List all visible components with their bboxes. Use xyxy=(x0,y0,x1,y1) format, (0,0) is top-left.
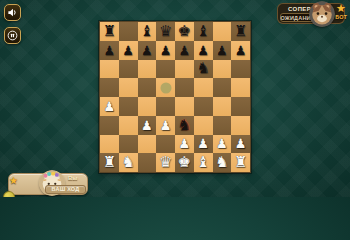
white-knight-b1[interactable]: ♞ xyxy=(121,155,134,170)
square-d4[interactable] xyxy=(156,97,175,116)
white-knight-g1[interactable]: ♞ xyxy=(215,155,228,170)
square-c1[interactable] xyxy=(138,153,157,172)
opponent-avatar[interactable] xyxy=(309,1,335,27)
square-e5[interactable] xyxy=(175,78,194,97)
square-h8[interactable]: ♜ xyxy=(231,22,250,41)
square-f5[interactable] xyxy=(194,78,213,97)
square-h4[interactable] xyxy=(231,97,250,116)
square-h1[interactable]: ♜ xyxy=(231,153,250,172)
white-pawn-e2[interactable]: ♟ xyxy=(179,137,191,150)
square-e6[interactable] xyxy=(175,60,194,79)
black-knight-e3[interactable]: ♞ xyxy=(178,118,191,133)
square-a7[interactable]: ♟ xyxy=(100,41,119,60)
white-pawn-d3[interactable]: ♟ xyxy=(160,119,172,132)
square-f2[interactable]: ♟ xyxy=(194,135,213,154)
white-rook-h1[interactable]: ♜ xyxy=(234,155,247,170)
black-rook-a8[interactable]: ♜ xyxy=(103,24,116,39)
square-b3[interactable] xyxy=(119,116,138,135)
square-g7[interactable]: ♟ xyxy=(213,41,232,60)
white-pawn-f2[interactable]: ♟ xyxy=(197,137,209,150)
square-h6[interactable] xyxy=(231,60,250,79)
move-hint-dot xyxy=(160,82,171,93)
hamster-avatar-icon xyxy=(309,13,335,27)
black-bishop-c8[interactable]: ♝ xyxy=(140,24,153,39)
square-b7[interactable]: ♟ xyxy=(119,41,138,60)
white-pawn-a4[interactable]: ♟ xyxy=(104,100,116,113)
white-pawn-c3[interactable]: ♟ xyxy=(141,119,153,132)
square-h3[interactable] xyxy=(231,116,250,135)
square-f7[interactable]: ♟ xyxy=(194,41,213,60)
square-f6[interactable]: ♞ xyxy=(194,60,213,79)
square-b2[interactable] xyxy=(119,135,138,154)
white-pawn-h2[interactable]: ♟ xyxy=(235,137,247,150)
pause-button[interactable] xyxy=(4,27,21,44)
black-pawn-h7[interactable]: ♟ xyxy=(235,44,247,57)
square-h5[interactable] xyxy=(231,78,250,97)
square-b1[interactable]: ♞ xyxy=(119,153,138,172)
black-bishop-f8[interactable]: ♝ xyxy=(196,24,209,39)
square-d5[interactable] xyxy=(156,78,175,97)
square-d2[interactable] xyxy=(156,135,175,154)
white-queen-d1[interactable]: ♛ xyxy=(159,155,172,170)
square-d1[interactable]: ♛ xyxy=(156,153,175,172)
sound-button[interactable] xyxy=(4,4,21,21)
square-g4[interactable] xyxy=(213,97,232,116)
black-pawn-a7[interactable]: ♟ xyxy=(104,44,116,57)
square-a5[interactable] xyxy=(100,78,119,97)
black-pawn-g7[interactable]: ♟ xyxy=(216,44,228,57)
white-rook-a1[interactable]: ♜ xyxy=(103,155,116,170)
square-e8[interactable]: ♚ xyxy=(175,22,194,41)
square-a1[interactable]: ♜ xyxy=(100,153,119,172)
square-a2[interactable] xyxy=(100,135,119,154)
square-c3[interactable]: ♟ xyxy=(138,116,157,135)
square-g3[interactable] xyxy=(213,116,232,135)
square-d6[interactable] xyxy=(156,60,175,79)
square-c6[interactable] xyxy=(138,60,157,79)
square-d7[interactable]: ♟ xyxy=(156,41,175,60)
square-b6[interactable] xyxy=(119,60,138,79)
square-g8[interactable] xyxy=(213,22,232,41)
square-g6[interactable] xyxy=(213,60,232,79)
white-king-e1[interactable]: ♚ xyxy=(178,155,191,170)
square-a6[interactable] xyxy=(100,60,119,79)
black-pawn-b7[interactable]: ♟ xyxy=(122,44,134,57)
square-f4[interactable] xyxy=(194,97,213,116)
square-a4[interactable]: ♟ xyxy=(100,97,119,116)
black-pawn-d7[interactable]: ♟ xyxy=(160,44,172,57)
square-h2[interactable]: ♟ xyxy=(231,135,250,154)
square-e3[interactable]: ♞ xyxy=(175,116,194,135)
square-c4[interactable] xyxy=(138,97,157,116)
player-name: Вы xyxy=(68,175,77,181)
black-pawn-c7[interactable]: ♟ xyxy=(141,44,153,57)
square-b8[interactable] xyxy=(119,22,138,41)
black-pawn-f7[interactable]: ♟ xyxy=(197,44,209,57)
coin-icon xyxy=(3,191,15,197)
square-d3[interactable]: ♟ xyxy=(156,116,175,135)
square-f8[interactable]: ♝ xyxy=(194,22,213,41)
black-knight-f6[interactable]: ♞ xyxy=(196,61,209,76)
square-g2[interactable]: ♟ xyxy=(213,135,232,154)
speaker-icon xyxy=(7,7,18,18)
pause-icon xyxy=(7,30,18,41)
player-star-icon: ★ xyxy=(9,176,18,186)
square-h7[interactable]: ♟ xyxy=(231,41,250,60)
chess-board: ♜♝♛♚♝♜♟♟♟♟♟♟♟♟♞♟♟♟♞♟♟♟♟♜♞♛♚♝♞♜ xyxy=(99,21,251,173)
square-a8[interactable]: ♜ xyxy=(100,22,119,41)
square-e4[interactable] xyxy=(175,97,194,116)
black-pawn-e7[interactable]: ♟ xyxy=(179,44,191,57)
player-status-badge: ВАШ ХОД xyxy=(45,185,86,194)
black-rook-h8[interactable]: ♜ xyxy=(234,24,247,39)
bot-label: БОТ xyxy=(333,14,349,20)
square-c5[interactable] xyxy=(138,78,157,97)
square-g5[interactable] xyxy=(213,78,232,97)
square-f3[interactable] xyxy=(194,116,213,135)
square-e2[interactable]: ♟ xyxy=(175,135,194,154)
square-c2[interactable] xyxy=(138,135,157,154)
square-a3[interactable] xyxy=(100,116,119,135)
black-queen-d8[interactable]: ♛ xyxy=(159,24,172,39)
square-g1[interactable]: ♞ xyxy=(213,153,232,172)
square-e7[interactable]: ♟ xyxy=(175,41,194,60)
opponent-star-icon: ★ xyxy=(336,3,346,14)
square-c7[interactable]: ♟ xyxy=(138,41,157,60)
white-bishop-f1[interactable]: ♝ xyxy=(196,155,209,170)
black-king-e8[interactable]: ♚ xyxy=(178,24,191,39)
square-c8[interactable]: ♝ xyxy=(138,22,157,41)
square-f1[interactable]: ♝ xyxy=(194,153,213,172)
white-pawn-g2[interactable]: ♟ xyxy=(216,137,228,150)
square-b4[interactable] xyxy=(119,97,138,116)
square-e1[interactable]: ♚ xyxy=(175,153,194,172)
square-d8[interactable]: ♛ xyxy=(156,22,175,41)
square-b5[interactable] xyxy=(119,78,138,97)
